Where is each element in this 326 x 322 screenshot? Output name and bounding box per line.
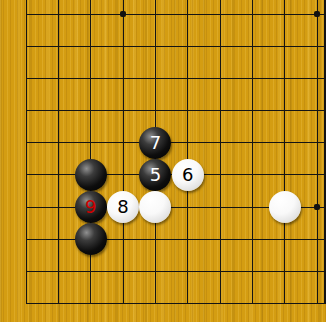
- grid-line-horizontal: [26, 110, 326, 111]
- white-stone: [269, 191, 301, 223]
- star-point: [314, 11, 320, 17]
- grid-line-horizontal: [26, 46, 326, 47]
- move-number-label: 9: [85, 191, 96, 223]
- star-point: [314, 204, 320, 210]
- star-point: [120, 11, 126, 17]
- black-stone-move-7: 7: [139, 127, 171, 159]
- white-stone: [139, 191, 171, 223]
- black-stone-move-9: 9: [75, 191, 107, 223]
- move-number-label: 8: [117, 191, 128, 223]
- move-number-label: 6: [182, 159, 193, 191]
- white-stone-move-6: 6: [172, 159, 204, 191]
- move-number-label: 7: [150, 127, 161, 159]
- white-stone-move-8: 8: [107, 191, 139, 223]
- grid-line-horizontal: [26, 271, 326, 272]
- grid-line-horizontal: [26, 142, 326, 143]
- go-board[interactable]: 97568: [0, 0, 326, 322]
- black-stone: [75, 223, 107, 255]
- grid-line-horizontal: [26, 14, 326, 15]
- black-stone: [75, 159, 107, 191]
- move-number-label: 5: [150, 159, 161, 191]
- grid-line-horizontal: [26, 303, 326, 304]
- black-stone-move-5: 5: [139, 159, 171, 191]
- grid-line-horizontal: [26, 239, 326, 240]
- grid-line-horizontal: [26, 78, 326, 79]
